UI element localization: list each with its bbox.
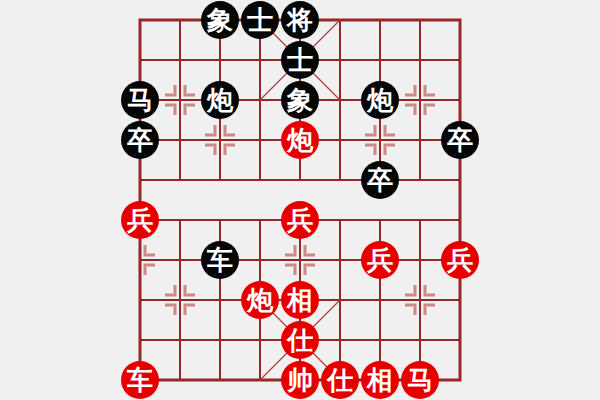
piece-red-elephant[interactable]: 相 xyxy=(281,281,319,319)
piece-red-elephant[interactable]: 相 xyxy=(361,361,399,399)
xiangqi-board: 象士将士马炮象炮卒炮卒卒兵兵车兵兵炮相仕车帅仕相马 xyxy=(0,0,600,400)
piece-black-soldier[interactable]: 卒 xyxy=(361,161,399,199)
piece-black-advisor[interactable]: 士 xyxy=(281,41,319,79)
piece-black-elephant[interactable]: 象 xyxy=(201,1,239,39)
piece-black-soldier[interactable]: 卒 xyxy=(441,121,479,159)
piece-red-advisor[interactable]: 仕 xyxy=(321,361,359,399)
piece-black-elephant[interactable]: 象 xyxy=(281,81,319,119)
piece-red-soldier[interactable]: 兵 xyxy=(281,201,319,239)
piece-layer: 象士将士马炮象炮卒炮卒卒兵兵车兵兵炮相仕车帅仕相马 xyxy=(120,0,480,400)
piece-red-chariot[interactable]: 车 xyxy=(121,361,159,399)
piece-black-cannon[interactable]: 炮 xyxy=(361,81,399,119)
piece-red-soldier[interactable]: 兵 xyxy=(441,241,479,279)
piece-black-general[interactable]: 将 xyxy=(281,1,319,39)
piece-red-horse[interactable]: 马 xyxy=(401,361,439,399)
piece-red-soldier[interactable]: 兵 xyxy=(361,241,399,279)
piece-red-general[interactable]: 帅 xyxy=(281,361,319,399)
piece-black-soldier[interactable]: 卒 xyxy=(121,121,159,159)
piece-black-horse[interactable]: 马 xyxy=(121,81,159,119)
piece-black-advisor[interactable]: 士 xyxy=(241,1,279,39)
piece-red-soldier[interactable]: 兵 xyxy=(121,201,159,239)
piece-red-advisor[interactable]: 仕 xyxy=(281,321,319,359)
piece-black-cannon[interactable]: 炮 xyxy=(201,81,239,119)
piece-red-cannon[interactable]: 炮 xyxy=(281,121,319,159)
piece-red-cannon[interactable]: 炮 xyxy=(241,281,279,319)
piece-black-chariot[interactable]: 车 xyxy=(201,241,239,279)
